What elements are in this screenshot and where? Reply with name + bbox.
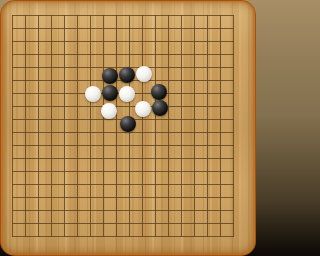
black-stone — [102, 85, 118, 101]
white-stone — [135, 101, 151, 117]
white-stone — [119, 86, 135, 102]
goban-board[interactable] — [0, 0, 256, 256]
black-stone — [102, 68, 118, 84]
black-stone — [151, 84, 167, 100]
black-stone — [120, 116, 136, 132]
white-stone — [85, 86, 101, 102]
black-stone — [119, 67, 135, 83]
white-stone — [101, 103, 117, 119]
white-stone — [136, 66, 152, 82]
black-stone — [152, 100, 168, 116]
